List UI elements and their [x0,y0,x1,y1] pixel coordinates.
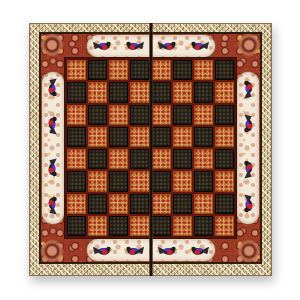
bird-icon [242,114,255,136]
square-a2[interactable] [67,194,86,214]
square-b1[interactable] [88,216,107,236]
square-b8[interactable] [88,60,107,80]
bird-icon [123,39,145,52]
bird-icon [242,78,255,100]
square-f6[interactable] [173,105,192,125]
square-b5[interactable] [88,127,107,147]
square-c8[interactable] [109,60,128,80]
square-g1[interactable] [194,216,213,236]
square-g7[interactable] [194,82,213,102]
square-d2[interactable] [130,194,149,214]
bird-medallion-right [237,72,259,224]
square-g5[interactable] [194,127,213,147]
square-b2[interactable] [88,194,107,214]
square-h6[interactable] [215,105,234,125]
bird-icon [47,194,60,216]
square-h3[interactable] [215,171,234,191]
bird-icon [242,158,255,180]
bird-icon [157,39,179,52]
square-h4[interactable] [215,149,234,169]
square-a5[interactable] [67,127,86,147]
square-c2[interactable] [109,194,128,214]
chess-board [29,23,272,276]
square-b6[interactable] [88,105,107,125]
bird-icon [188,39,210,52]
rose-cluster-motif [37,30,67,60]
square-g3[interactable] [194,171,213,191]
square-e7[interactable] [152,82,171,102]
square-d3[interactable] [130,171,149,191]
square-a4[interactable] [67,149,86,169]
square-f4[interactable] [173,149,192,169]
square-a3[interactable] [67,171,86,191]
square-a7[interactable] [67,82,86,102]
bird-icon [242,194,255,216]
bird-icon [123,244,145,257]
rose-cluster-motif [234,236,264,266]
square-f3[interactable] [173,171,192,191]
photo-background [0,0,300,300]
square-e2[interactable] [152,194,171,214]
square-g2[interactable] [194,194,213,214]
square-f8[interactable] [173,60,192,80]
square-h5[interactable] [215,127,234,147]
hinge-seam [149,23,153,276]
square-e3[interactable] [152,171,171,191]
square-b4[interactable] [88,149,107,169]
square-c3[interactable] [109,171,128,191]
square-h2[interactable] [215,194,234,214]
rose-cluster-motif [234,30,264,60]
square-d4[interactable] [130,149,149,169]
bird-icon [92,244,114,257]
square-e1[interactable] [152,216,171,236]
square-c5[interactable] [109,127,128,147]
square-e8[interactable] [152,60,171,80]
square-b3[interactable] [88,171,107,191]
bird-icon [47,114,60,136]
square-d8[interactable] [130,60,149,80]
square-d6[interactable] [130,105,149,125]
bird-icon [47,78,60,100]
square-d7[interactable] [130,82,149,102]
bird-medallion-left [42,72,64,224]
square-h7[interactable] [215,82,234,102]
bird-icon [92,39,114,52]
square-c4[interactable] [109,149,128,169]
square-a1[interactable] [67,216,86,236]
square-g4[interactable] [194,149,213,169]
square-f2[interactable] [173,194,192,214]
square-b7[interactable] [88,82,107,102]
square-f1[interactable] [173,216,192,236]
square-d1[interactable] [130,216,149,236]
square-h8[interactable] [215,60,234,80]
square-h1[interactable] [215,216,234,236]
square-e5[interactable] [152,127,171,147]
square-c6[interactable] [109,105,128,125]
square-g8[interactable] [194,60,213,80]
square-d5[interactable] [130,127,149,147]
bird-icon [47,158,60,180]
bird-icon [157,244,179,257]
square-f5[interactable] [173,127,192,147]
square-e6[interactable] [152,105,171,125]
square-c7[interactable] [109,82,128,102]
square-g6[interactable] [194,105,213,125]
rose-cluster-motif [37,236,67,266]
square-a6[interactable] [67,105,86,125]
square-f7[interactable] [173,82,192,102]
square-a8[interactable] [67,60,86,80]
square-e4[interactable] [152,149,171,169]
bird-icon [188,244,210,257]
square-c1[interactable] [109,216,128,236]
